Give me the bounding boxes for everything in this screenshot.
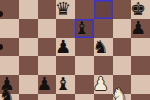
square-c3[interactable] xyxy=(38,94,57,100)
square-f3[interactable] xyxy=(94,94,113,100)
square-g3[interactable]: ♞ xyxy=(113,94,132,100)
square-b6[interactable] xyxy=(19,38,38,57)
square-b8[interactable] xyxy=(19,0,38,19)
square-e4[interactable] xyxy=(75,75,94,94)
square-g8[interactable] xyxy=(113,0,132,19)
black-knight-icon[interactable]: ♞ xyxy=(0,86,15,100)
square-d6[interactable]: ♟ xyxy=(56,38,75,57)
square-f4[interactable]: ♟ xyxy=(94,75,113,94)
square-c6[interactable] xyxy=(38,38,57,57)
black-pawn-icon[interactable]: ♟ xyxy=(55,38,71,57)
square-d8[interactable]: ♛ xyxy=(56,0,75,19)
square-c4[interactable]: ♟ xyxy=(38,75,57,94)
square-a3[interactable]: ♞ xyxy=(0,94,19,100)
square-e3[interactable] xyxy=(75,94,94,100)
square-b4[interactable] xyxy=(19,75,38,94)
black-knight-icon[interactable]: ♞ xyxy=(93,38,109,57)
black-queen-icon[interactable]: ♛ xyxy=(55,0,71,19)
square-g6[interactable] xyxy=(113,38,132,57)
square-b3[interactable] xyxy=(19,94,38,100)
square-d3[interactable] xyxy=(56,94,75,100)
black-bishop-icon[interactable]: ♝ xyxy=(74,19,90,38)
square-b7[interactable] xyxy=(19,19,38,38)
chess-board-screenshot: ♛♚♝♟♟♞♟♟♝♟♞♞ xyxy=(0,0,150,100)
square-g7[interactable] xyxy=(113,19,132,38)
black-pawn-icon[interactable]: ♟ xyxy=(36,75,52,94)
square-h3[interactable] xyxy=(131,94,150,100)
white-pawn-icon[interactable]: ♟ xyxy=(93,75,109,94)
black-bishop-icon[interactable]: ♝ xyxy=(55,75,71,94)
chess-board: ♛♚♝♟♟♞♟♟♝♟♞♞ xyxy=(0,0,150,100)
square-d4[interactable]: ♝ xyxy=(56,75,75,94)
square-a7[interactable] xyxy=(0,19,19,38)
square-h5[interactable] xyxy=(131,56,150,75)
square-f8-highlighted[interactable] xyxy=(94,0,113,19)
square-h7[interactable]: ♟ xyxy=(131,19,150,38)
square-f6[interactable]: ♞ xyxy=(94,38,113,57)
square-e7-highlighted[interactable]: ♝ xyxy=(75,19,94,38)
white-knight-icon[interactable]: ♞ xyxy=(111,86,127,100)
square-b5[interactable] xyxy=(19,56,38,75)
square-c7[interactable] xyxy=(38,19,57,38)
square-h4[interactable] xyxy=(131,75,150,94)
square-e6[interactable] xyxy=(75,38,94,57)
black-pawn-icon[interactable]: ♟ xyxy=(130,19,146,38)
square-h6[interactable] xyxy=(131,38,150,57)
square-e5[interactable] xyxy=(75,56,94,75)
square-c8[interactable] xyxy=(38,0,57,19)
square-g5[interactable] xyxy=(113,56,132,75)
square-a8[interactable] xyxy=(0,0,19,19)
